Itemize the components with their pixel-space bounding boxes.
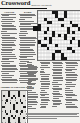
clue-text-line [2,77,12,78]
clue-text-line [53,73,62,74]
clue-text-line [19,59,35,60]
clue-text-line [53,89,62,90]
clue-text-line [41,65,48,66]
clue-text-line [28,97,37,98]
clue-text-line [2,45,16,46]
clue-text-line [27,62,32,63]
clue-text-line [27,108,36,109]
down-label: DOWN [19,11,37,13]
clue-text-line [2,42,13,43]
clue-text-line [19,21,34,22]
clue-column-black-box [33,26,38,32]
clue-text-line [66,77,78,78]
clue-text-line [53,98,59,99]
clue-column-4 [40,61,51,110]
clue-text-line [41,69,45,70]
clue-column-1: ACROSS [1,11,18,85]
clue-text-line [66,95,77,96]
clue-text-line [28,69,37,70]
clue-text-line [53,101,61,102]
crossword-grid [37,10,80,61]
clue-text-line [19,35,26,36]
clue-text-line [19,33,28,34]
clue-text-line [2,50,13,51]
clue-text-line [53,104,60,105]
clue-text-line [52,82,58,83]
clue-text-line [28,79,37,80]
clue-text-line [28,71,37,72]
clue-text-line [20,40,35,41]
fine-print-line [26,116,79,117]
clue-text-line [65,92,74,93]
clue-text-line [20,17,32,18]
clue-text-line [28,84,35,85]
page-title: Crossword [1,0,30,6]
clue-text-line [40,67,50,68]
clue-text-line [65,90,73,91]
clue-text-line [27,76,36,77]
clue-text-line [66,65,78,66]
clue-text-line [2,63,10,64]
clue-text-line [66,86,75,87]
clue-text-line [1,33,17,34]
clue-text-line [66,97,72,98]
across-label: ACROSS [1,11,18,13]
edited-by-line: Edited by Will Shortz [32,4,52,6]
clue-text-line [2,26,16,27]
clue-text-line [41,106,47,107]
answer-grid [1,90,28,123]
clue-text-line [2,15,9,16]
clue-text-line [40,104,49,105]
clue-text-line [40,72,46,73]
clue-text-line [66,67,75,68]
clue-text-line [66,82,72,83]
clue-text-line [52,84,62,85]
clue-text-line [19,26,33,27]
clue-text-line [28,81,32,82]
clue-text-line [1,61,14,62]
clue-text-line [20,47,30,48]
clue-text-line [65,104,76,105]
clue-text-line [20,45,35,46]
clue-text-line [2,82,17,83]
fine-print-line [26,118,57,119]
clue-text-line [27,99,36,100]
clue-text-line [2,29,17,30]
clue-text-line [41,79,49,80]
clue-text-line [53,96,62,97]
clue-text-line [19,19,25,20]
clue-text-line [40,88,49,89]
clue-text-line [20,42,36,43]
clue-text-line [53,67,62,68]
clue-text-line [41,90,46,91]
answer-previous-puzzle-header: ANSWER TO PREVIOUS PUZZLE [1,86,26,88]
clue-text-line [2,47,12,48]
clue-text-line [40,107,46,108]
clue-text-line [65,88,70,89]
clue-text-line [28,74,34,75]
clue-text-line [66,102,73,103]
clue-text-line [53,91,59,92]
clue-text-line [66,75,78,76]
clue-text-line [20,57,27,58]
clue-text-line [19,63,26,64]
white-cell [78,57,80,60]
clue-text-line [1,31,7,32]
clue-text-line [1,75,14,76]
clue-text-line [27,106,32,107]
clue-text-line [27,88,34,89]
clue-text-line [20,54,36,55]
clue-text-line [1,21,15,22]
clue-text-line [2,19,13,20]
clue-text-line [2,73,9,74]
clue-text-line [41,95,45,96]
clue-text-line [40,81,50,82]
clue-text-line [2,40,16,41]
clue-text-line [20,52,35,53]
clue-text-line [41,102,48,103]
clue-text-line [53,70,62,71]
clue-text-line [66,70,72,71]
clue-text-line [65,72,76,73]
clue-text-line [27,64,32,65]
clue-text-line [53,80,62,81]
white-cell [25,121,27,123]
clue-column-6 [65,61,79,110]
clue-text-line [65,84,77,85]
clue-text-line [52,106,57,107]
clue-text-line [28,94,37,95]
clue-text-line [2,59,9,60]
clue-text-line [41,86,49,87]
clue-text-line [2,80,17,81]
clue-text-line [27,90,32,91]
clue-text-line [2,69,17,70]
clue-text-line [40,97,50,98]
clue-text-line [2,23,12,24]
clue-text-line [66,107,78,108]
clue-text-line [2,35,10,36]
clue-text-line [53,86,59,87]
clue-text-line [20,24,31,25]
fine-print [26,113,79,119]
clue-text-line [28,104,37,105]
clue-text-line [52,75,62,76]
clue-text-line [40,92,47,93]
clue-text-line [53,65,62,66]
clue-text-line [20,31,27,32]
clue-text-line [40,71,44,72]
clue-text-line [1,52,12,53]
fine-print-line [26,114,77,115]
clue-text-line [2,56,16,57]
fine-print-line [26,113,79,114]
clue-column-5 [52,61,63,110]
clue-text-line [41,76,49,77]
